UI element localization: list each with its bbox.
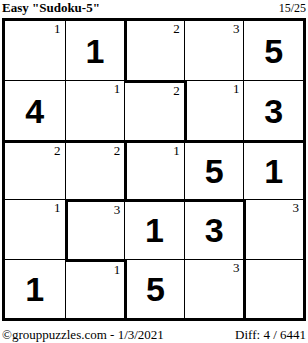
cell-value: 3 — [205, 213, 224, 247]
cell-value: 5 — [264, 34, 283, 68]
cell-r3c3[interactable]: 3 — [184, 199, 244, 258]
cell-r2c2[interactable]: 1 — [124, 140, 184, 199]
corner-mark: 1 — [54, 200, 61, 215]
corner-mark: 3 — [233, 21, 240, 36]
corner-mark: 3 — [114, 202, 121, 217]
copyright-text: ©grouppuzzles.com - 1/3/2021 — [2, 327, 164, 343]
corner-mark: 2 — [54, 143, 61, 158]
corner-mark: 1 — [233, 81, 240, 96]
corner-mark: 2 — [173, 83, 180, 98]
corner-mark: 3 — [233, 260, 240, 275]
corner-mark: 2 — [173, 21, 180, 36]
cell-r4c0[interactable]: 1 — [5, 259, 65, 318]
puzzle-counter: 15/25 — [279, 1, 306, 15]
cell-r2c4[interactable]: 1 — [243, 140, 303, 199]
cell-value: 3 — [264, 94, 283, 128]
corner-mark: 1 — [54, 21, 61, 36]
cell-r4c3[interactable]: 3 — [184, 259, 244, 318]
cell-r0c0[interactable]: 1 — [5, 21, 65, 80]
cell-value: 5 — [146, 272, 165, 306]
cell-r1c0[interactable]: 4 — [5, 80, 65, 139]
corner-mark: 1 — [114, 262, 121, 277]
cell-r2c3[interactable]: 5 — [184, 140, 244, 199]
cell-r3c1[interactable]: 3 — [65, 199, 125, 258]
difficulty-text: Diff: 4 / 6441 — [235, 327, 306, 343]
sudoku-page: Easy "Sudoku-5" 15/25 112354121322151131… — [0, 0, 308, 343]
cell-r2c0[interactable]: 2 — [5, 140, 65, 199]
sudoku-board: 112354121322151131331153 — [2, 18, 306, 321]
puzzle-title: Easy "Sudoku-5" — [2, 1, 100, 15]
cell-r3c2[interactable]: 1 — [124, 199, 184, 258]
cell-value: 1 — [264, 154, 283, 188]
cell-r0c1[interactable]: 1 — [65, 21, 125, 80]
corner-mark: 1 — [114, 81, 121, 96]
cell-r0c4[interactable]: 5 — [243, 21, 303, 80]
cell-r1c4[interactable]: 3 — [243, 80, 303, 139]
cell-r4c4[interactable] — [243, 259, 303, 318]
cell-r3c0[interactable]: 1 — [5, 199, 65, 258]
cell-r1c2[interactable]: 2 — [124, 80, 184, 139]
cell-r0c3[interactable]: 3 — [184, 21, 244, 80]
corner-mark: 3 — [292, 200, 299, 215]
corner-mark: 2 — [114, 143, 121, 158]
cell-value: 1 — [85, 34, 104, 68]
cell-r4c1[interactable]: 1 — [65, 259, 125, 318]
cell-r3c4[interactable]: 3 — [243, 199, 303, 258]
cell-r2c1[interactable]: 2 — [65, 140, 125, 199]
cell-value: 1 — [25, 272, 44, 306]
cell-r1c1[interactable]: 1 — [65, 80, 125, 139]
cell-r4c2[interactable]: 5 — [124, 259, 184, 318]
cell-r1c3[interactable]: 1 — [184, 80, 244, 139]
cell-value: 1 — [145, 213, 164, 247]
footer: ©grouppuzzles.com - 1/3/2021 Diff: 4 / 6… — [0, 321, 308, 343]
header: Easy "Sudoku-5" 15/25 — [0, 0, 308, 18]
cell-r0c2[interactable]: 2 — [124, 21, 184, 80]
cell-value: 4 — [25, 94, 44, 128]
cell-value: 5 — [205, 154, 224, 188]
corner-mark: 1 — [173, 143, 180, 158]
